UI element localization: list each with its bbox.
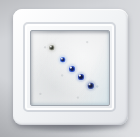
glass-window	[30, 30, 110, 106]
stones-layer	[31, 31, 109, 105]
gray-gemstone	[48, 44, 55, 51]
dark-blue-gemstone	[78, 73, 85, 80]
gem-box-photo	[0, 0, 140, 137]
gem-display-box	[13, 9, 128, 125]
navy-gemstone	[87, 82, 95, 90]
blue-gemstone	[69, 65, 76, 72]
bright-blue-gemstone	[59, 56, 66, 63]
